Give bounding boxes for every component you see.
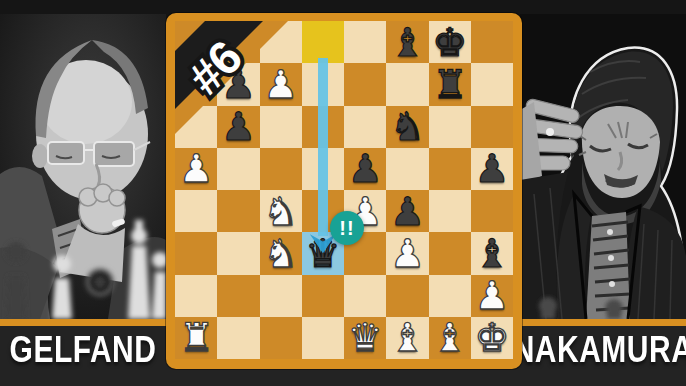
square-a2	[175, 275, 217, 317]
square-a3	[175, 232, 217, 274]
square-b3	[217, 232, 259, 274]
square-a6	[175, 106, 217, 148]
square-c7: ♟	[260, 63, 302, 105]
square-b2	[217, 275, 259, 317]
square-b5	[217, 148, 259, 190]
square-c1	[260, 317, 302, 359]
video-thumbnail: GELFAND NAKAMURA ♜♝♚♟♟♜♟♞♟♟♟♞♟♟♞♛♟♝♟♜♛♝♝…	[0, 0, 686, 386]
square-a1: ♜	[175, 317, 217, 359]
square-g7: ♜	[429, 63, 471, 105]
black-bishop-h3: ♝	[474, 234, 509, 273]
square-d1	[302, 317, 344, 359]
square-h2: ♟	[471, 275, 513, 317]
square-f3: ♟	[386, 232, 428, 274]
black-rook-g7: ♜	[432, 65, 467, 104]
square-f2	[386, 275, 428, 317]
black-pawn-e5: ♟	[348, 149, 383, 188]
square-e6	[344, 106, 386, 148]
photo-gelfand	[0, 14, 166, 319]
player-name-white-label: GELFAND	[10, 329, 157, 370]
white-pawn-a5: ♟	[179, 149, 214, 188]
square-h6	[471, 106, 513, 148]
white-rook-a1: ♜	[179, 318, 214, 357]
board-frame: ♜♝♚♟♟♜♟♞♟♟♟♞♟♟♞♛♟♝♟♜♛♝♝♚!!#6	[166, 13, 522, 369]
chess-board: ♜♝♚♟♟♜♟♞♟♟♟♞♟♟♞♛♟♝♟♜♛♝♝♚!!#6	[175, 21, 513, 359]
square-c3: ♞	[260, 232, 302, 274]
black-rook-a8: ♜	[179, 23, 214, 62]
square-f8: ♝	[386, 21, 428, 63]
square-b8	[217, 21, 259, 63]
nakamura-portrait-illustration	[520, 14, 686, 319]
player-name-black: NAKAMURA	[520, 326, 686, 374]
square-g5	[429, 148, 471, 190]
black-pawn-f4: ♟	[390, 192, 425, 231]
square-e8	[344, 21, 386, 63]
white-pawn-c7: ♟	[263, 65, 298, 104]
black-bishop-f8: ♝	[390, 23, 425, 62]
square-f1: ♝	[386, 317, 428, 359]
black-pawn-b6: ♟	[221, 107, 256, 146]
square-f5	[386, 148, 428, 190]
brilliant-move-badge: !!	[330, 211, 364, 245]
square-g8: ♚	[429, 21, 471, 63]
square-a4	[175, 190, 217, 232]
square-g4	[429, 190, 471, 232]
white-queen-e1: ♛	[348, 318, 383, 357]
square-c5	[260, 148, 302, 190]
square-c2	[260, 275, 302, 317]
photo-nakamura	[520, 14, 686, 319]
square-h4	[471, 190, 513, 232]
white-pawn-h2: ♟	[474, 276, 509, 315]
square-a7	[175, 63, 217, 105]
square-g6	[429, 106, 471, 148]
square-e5: ♟	[344, 148, 386, 190]
square-b1	[217, 317, 259, 359]
square-b7: ♟	[217, 63, 259, 105]
square-f6: ♞	[386, 106, 428, 148]
black-pawn-b7: ♟	[221, 65, 256, 104]
square-h1: ♚	[471, 317, 513, 359]
square-f4: ♟	[386, 190, 428, 232]
square-h5: ♟	[471, 148, 513, 190]
square-a5: ♟	[175, 148, 217, 190]
gelfand-portrait-illustration	[0, 14, 166, 319]
square-g3	[429, 232, 471, 274]
white-knight-c3: ♞	[263, 234, 298, 273]
square-e1: ♛	[344, 317, 386, 359]
square-g1: ♝	[429, 317, 471, 359]
square-a8: ♜	[175, 21, 217, 63]
square-g2	[429, 275, 471, 317]
player-name-white: GELFAND	[0, 326, 166, 374]
square-h7	[471, 63, 513, 105]
move-arrow-shaft	[318, 58, 328, 236]
white-knight-c4: ♞	[263, 192, 298, 231]
square-d8	[302, 21, 344, 63]
square-e2	[344, 275, 386, 317]
square-d2	[302, 275, 344, 317]
square-b4	[217, 190, 259, 232]
square-c8	[260, 21, 302, 63]
white-king-h1: ♚	[474, 318, 509, 357]
black-knight-f6: ♞	[390, 107, 425, 146]
square-b6: ♟	[217, 106, 259, 148]
black-pawn-h5: ♟	[474, 149, 509, 188]
square-h8	[471, 21, 513, 63]
white-bishop-g1: ♝	[432, 318, 467, 357]
square-e7	[344, 63, 386, 105]
white-pawn-f3: ♟	[390, 234, 425, 273]
black-king-g8: ♚	[432, 23, 467, 62]
square-h3: ♝	[471, 232, 513, 274]
square-c6	[260, 106, 302, 148]
player-name-black-label: NAKAMURA	[513, 329, 686, 370]
square-f7	[386, 63, 428, 105]
square-c4: ♞	[260, 190, 302, 232]
white-bishop-f1: ♝	[390, 318, 425, 357]
